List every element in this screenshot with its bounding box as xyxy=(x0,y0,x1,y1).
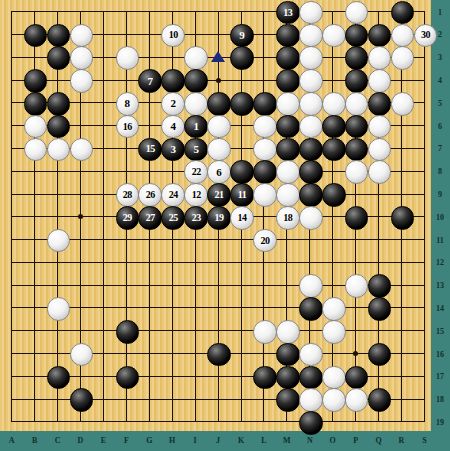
stone-black-F15[interactable] xyxy=(116,320,140,344)
coord-label-column-S: S xyxy=(422,436,426,445)
stone-white-N6[interactable] xyxy=(299,115,323,139)
grid-line-horizontal xyxy=(11,239,425,240)
go-game-screenshot: ABCDEFGHIJKLMNOPQRS123456789101112131415… xyxy=(0,0,450,451)
coord-label-column-D: D xyxy=(78,436,84,445)
stone-black-N19[interactable] xyxy=(299,411,323,435)
stone-white-N16[interactable] xyxy=(299,343,323,367)
grid-line-horizontal xyxy=(11,307,425,308)
stone-white-L7[interactable] xyxy=(253,138,277,162)
stone-white-O2[interactable] xyxy=(322,24,346,48)
stone-white-M10[interactable]: 18 xyxy=(276,206,300,230)
coord-label-column-P: P xyxy=(353,436,358,445)
stone-black-C5[interactable] xyxy=(47,92,71,116)
stone-black-I10[interactable]: 23 xyxy=(184,206,208,230)
coord-label-column-Q: Q xyxy=(375,436,381,445)
stone-black-O6[interactable] xyxy=(322,115,346,139)
stone-black-Q5[interactable] xyxy=(368,92,392,116)
coord-label-row-19: 19 xyxy=(436,417,444,426)
triangle-marker xyxy=(211,51,225,62)
coord-label-column-I: I xyxy=(194,436,197,445)
stone-black-P4[interactable] xyxy=(345,69,369,93)
stone-black-J5[interactable] xyxy=(207,92,231,116)
stone-white-H5[interactable]: 2 xyxy=(161,92,185,116)
stone-white-M5[interactable] xyxy=(276,92,300,116)
stone-white-I9[interactable]: 12 xyxy=(184,183,208,207)
stone-black-P10[interactable] xyxy=(345,206,369,230)
stone-white-H2[interactable]: 10 xyxy=(161,24,185,48)
stone-white-M15[interactable] xyxy=(276,320,300,344)
stone-black-D18[interactable] xyxy=(70,388,94,412)
stone-black-M17[interactable] xyxy=(276,366,300,390)
stone-white-H9[interactable]: 24 xyxy=(161,183,185,207)
grid-line-vertical xyxy=(424,11,425,422)
coord-label-column-H: H xyxy=(169,436,175,445)
stone-black-R10[interactable] xyxy=(391,206,415,230)
coord-label-column-M: M xyxy=(283,436,291,445)
stone-white-I8[interactable]: 22 xyxy=(184,160,208,184)
stone-white-L15[interactable] xyxy=(253,320,277,344)
stone-black-I4[interactable] xyxy=(184,69,208,93)
stone-black-M3[interactable] xyxy=(276,46,300,70)
stone-black-Q18[interactable] xyxy=(368,388,392,412)
stone-black-G4[interactable]: 7 xyxy=(138,69,162,93)
coord-label-column-L: L xyxy=(261,436,266,445)
stone-black-Q13[interactable] xyxy=(368,274,392,298)
coord-label-row-4: 4 xyxy=(438,76,442,85)
stone-white-L11[interactable]: 20 xyxy=(253,229,277,253)
coord-label-column-A: A xyxy=(9,436,15,445)
coord-label-row-2: 2 xyxy=(438,30,442,39)
stone-white-N3[interactable] xyxy=(299,46,323,70)
stone-white-N18[interactable] xyxy=(299,388,323,412)
coord-label-column-R: R xyxy=(399,436,405,445)
stone-black-M7[interactable] xyxy=(276,138,300,162)
coord-label-row-3: 3 xyxy=(438,53,442,62)
coord-label-row-7: 7 xyxy=(438,144,442,153)
row-label-strip xyxy=(431,0,450,451)
stone-white-L6[interactable] xyxy=(253,115,277,139)
stone-black-J16[interactable] xyxy=(207,343,231,367)
stone-black-J10[interactable]: 19 xyxy=(207,206,231,230)
coord-label-column-N: N xyxy=(307,436,313,445)
stone-black-O9[interactable] xyxy=(322,183,346,207)
stone-black-H7[interactable]: 3 xyxy=(161,138,185,162)
coord-label-row-17: 17 xyxy=(436,372,444,381)
stone-white-N2[interactable] xyxy=(299,24,323,48)
stone-black-N9[interactable] xyxy=(299,183,323,207)
stone-black-K3[interactable] xyxy=(230,46,254,70)
stone-black-L5[interactable] xyxy=(253,92,277,116)
stone-black-M2[interactable] xyxy=(276,24,300,48)
stone-white-L9[interactable] xyxy=(253,183,277,207)
stone-white-D4[interactable] xyxy=(70,69,94,93)
stone-black-N7[interactable] xyxy=(299,138,323,162)
stone-white-O14[interactable] xyxy=(322,297,346,321)
stone-black-M4[interactable] xyxy=(276,69,300,93)
coord-label-row-10: 10 xyxy=(436,212,444,221)
stone-black-M6[interactable] xyxy=(276,115,300,139)
star-point xyxy=(216,78,221,83)
grid-line-horizontal xyxy=(11,421,425,422)
stone-white-D3[interactable] xyxy=(70,46,94,70)
stone-black-K5[interactable] xyxy=(230,92,254,116)
stone-white-M9[interactable] xyxy=(276,183,300,207)
stone-white-Q4[interactable] xyxy=(368,69,392,93)
stone-white-J6[interactable] xyxy=(207,115,231,139)
stone-white-I3[interactable] xyxy=(184,46,208,70)
stone-black-B4[interactable] xyxy=(24,69,48,93)
stone-white-N5[interactable] xyxy=(299,92,323,116)
stone-white-F9[interactable]: 28 xyxy=(116,183,140,207)
stone-black-K8[interactable] xyxy=(230,160,254,184)
coord-label-row-16: 16 xyxy=(436,349,444,358)
stone-black-N8[interactable] xyxy=(299,160,323,184)
coord-label-row-9: 9 xyxy=(438,190,442,199)
coord-label-row-5: 5 xyxy=(438,98,442,107)
stone-white-N13[interactable] xyxy=(299,274,323,298)
coord-label-row-15: 15 xyxy=(436,326,444,335)
stone-black-K9[interactable]: 11 xyxy=(230,183,254,207)
stone-black-H4[interactable] xyxy=(161,69,185,93)
stone-black-Q14[interactable] xyxy=(368,297,392,321)
stone-black-M18[interactable] xyxy=(276,388,300,412)
stone-black-F10[interactable]: 29 xyxy=(116,206,140,230)
stone-white-F3[interactable] xyxy=(116,46,140,70)
coord-label-column-O: O xyxy=(330,436,336,445)
stone-white-I5[interactable] xyxy=(184,92,208,116)
stone-black-K2[interactable]: 9 xyxy=(230,24,254,48)
coord-label-row-1: 1 xyxy=(438,7,442,16)
stone-white-N4[interactable] xyxy=(299,69,323,93)
coord-label-column-J: J xyxy=(216,436,220,445)
stone-black-B5[interactable] xyxy=(24,92,48,116)
coord-label-row-18: 18 xyxy=(436,395,444,404)
stone-white-N10[interactable] xyxy=(299,206,323,230)
stone-white-J8[interactable]: 6 xyxy=(207,160,231,184)
stone-black-G10[interactable]: 27 xyxy=(138,206,162,230)
coord-label-row-11: 11 xyxy=(436,235,444,244)
coord-label-row-12: 12 xyxy=(436,258,444,267)
coord-label-column-F: F xyxy=(124,436,129,445)
stone-black-I7[interactable]: 5 xyxy=(184,138,208,162)
stone-white-J7[interactable] xyxy=(207,138,231,162)
grid-line-vertical xyxy=(332,11,333,422)
coord-label-row-8: 8 xyxy=(438,167,442,176)
grid-line-horizontal xyxy=(11,330,425,331)
stone-white-G9[interactable]: 26 xyxy=(138,183,162,207)
coord-label-column-G: G xyxy=(146,436,152,445)
stone-white-N1[interactable] xyxy=(299,1,323,25)
stone-black-L17[interactable] xyxy=(253,366,277,390)
stone-white-O5[interactable] xyxy=(322,92,346,116)
coord-label-column-C: C xyxy=(55,436,61,445)
stone-black-J9[interactable]: 21 xyxy=(207,183,231,207)
stone-white-K10[interactable]: 14 xyxy=(230,206,254,230)
stone-black-O7[interactable] xyxy=(322,138,346,162)
stone-white-O15[interactable] xyxy=(322,320,346,344)
stone-black-L8[interactable] xyxy=(253,160,277,184)
stone-white-F5[interactable]: 8 xyxy=(116,92,140,116)
coord-label-row-13: 13 xyxy=(436,281,444,290)
stone-white-R5[interactable] xyxy=(391,92,415,116)
grid-line-horizontal xyxy=(11,262,425,263)
coord-label-column-K: K xyxy=(238,436,244,445)
stone-white-C14[interactable] xyxy=(47,297,71,321)
stone-black-N17[interactable] xyxy=(299,366,323,390)
stone-white-O17[interactable] xyxy=(322,366,346,390)
stone-black-M16[interactable] xyxy=(276,343,300,367)
stone-black-M1[interactable]: 13 xyxy=(276,1,300,25)
stone-black-H10[interactable]: 25 xyxy=(161,206,185,230)
stone-white-M8[interactable] xyxy=(276,160,300,184)
grid-line-vertical xyxy=(263,11,264,422)
stone-white-P5[interactable] xyxy=(345,92,369,116)
coord-label-column-E: E xyxy=(101,436,106,445)
stone-black-F17[interactable] xyxy=(116,366,140,390)
coord-label-row-6: 6 xyxy=(438,121,442,130)
coord-label-column-B: B xyxy=(32,436,37,445)
stone-white-O18[interactable] xyxy=(322,388,346,412)
coord-label-row-14: 14 xyxy=(436,303,444,312)
stone-black-G7[interactable]: 15 xyxy=(138,138,162,162)
stone-black-N14[interactable] xyxy=(299,297,323,321)
